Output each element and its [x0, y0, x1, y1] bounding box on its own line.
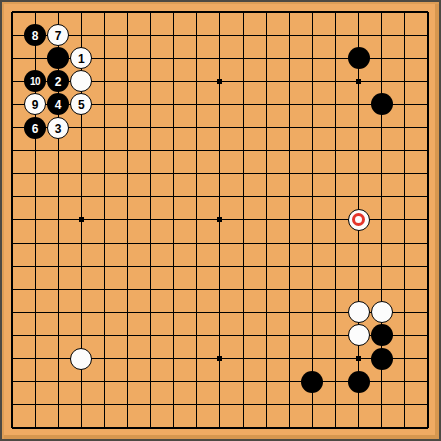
stone-number: 4 — [55, 99, 62, 111]
stone-black: 4 — [47, 93, 69, 115]
circle-marker — [352, 213, 365, 226]
stone-number: 3 — [55, 122, 62, 134]
stones-layer: 87110294563 — [0, 0, 441, 441]
stone-number: 6 — [32, 122, 39, 134]
stone-black — [47, 47, 69, 69]
stone-black — [371, 348, 393, 370]
stone-black — [301, 371, 323, 393]
stone-black — [348, 47, 370, 69]
stone-black — [371, 324, 393, 346]
stone-white — [371, 301, 393, 323]
go-board: 87110294563 — [0, 0, 441, 441]
stone-number: 2 — [55, 76, 62, 88]
stone-number: 7 — [55, 30, 62, 42]
stone-number: 9 — [32, 99, 39, 111]
stone-white: 3 — [47, 117, 69, 139]
stone-white — [348, 301, 370, 323]
stone-black — [371, 93, 393, 115]
stone-black: 8 — [24, 24, 46, 46]
stone-white: 9 — [24, 93, 46, 115]
stone-black: 10 — [24, 70, 46, 92]
stone-white: 5 — [70, 93, 92, 115]
stone-black — [348, 371, 370, 393]
stone-black: 2 — [47, 70, 69, 92]
stone-number: 8 — [32, 30, 39, 42]
stone-number: 10 — [30, 77, 40, 87]
stone-black: 6 — [24, 117, 46, 139]
stone-number: 5 — [78, 99, 85, 111]
stone-white — [348, 324, 370, 346]
stone-number: 1 — [78, 53, 85, 65]
stone-white — [70, 70, 92, 92]
stone-white — [70, 348, 92, 370]
stone-white: 1 — [70, 47, 92, 69]
stone-white — [348, 209, 370, 231]
stone-white: 7 — [47, 24, 69, 46]
